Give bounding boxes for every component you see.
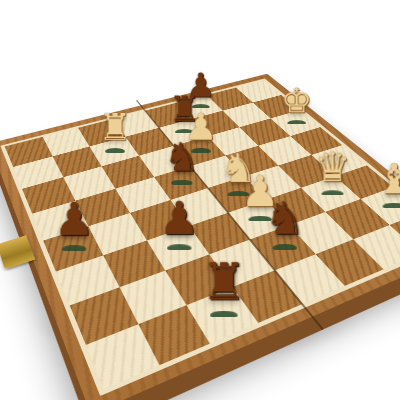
black-pawn-glyph: ♟: [49, 187, 99, 251]
black-knight-glyph: ♞: [160, 129, 204, 185]
white-rook-glyph: ♜: [95, 101, 136, 153]
square-f1[interactable]: [315, 239, 384, 286]
board-3d: ♟♜♜♟♚♞♟♞♟♟♛♞♝♜: [0, 74, 400, 400]
chess-photo-scene: ♟♜♜♟♚♞♟♞♟♟♛♞♝♜: [0, 0, 400, 400]
white-bishop-glyph: ♝: [371, 149, 400, 207]
black-pawn-glyph: ♟: [154, 187, 204, 251]
chessboard-grid: ♟♜♜♟♚♞♟♞♟♟♛♞♝♜: [5, 81, 400, 389]
black-knight-glyph: ♞: [259, 186, 309, 249]
black-rook-glyph: ♜: [196, 246, 252, 318]
white-king-glyph: ♚: [278, 76, 316, 124]
white-queen-glyph: ♛: [310, 139, 355, 196]
